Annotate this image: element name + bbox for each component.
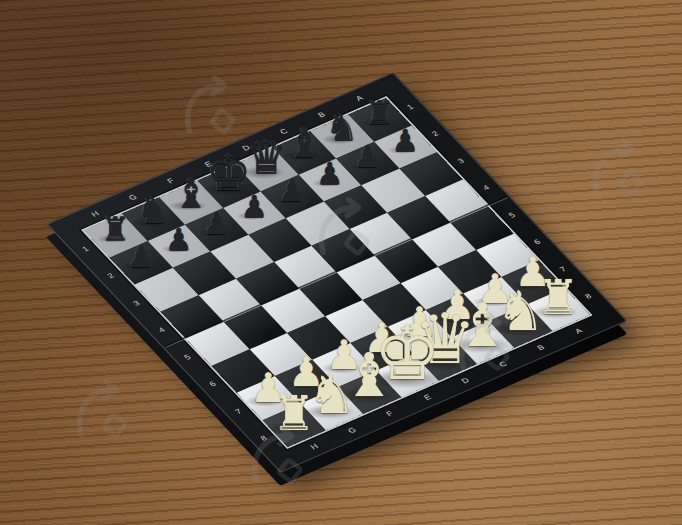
file-label-far: A <box>354 94 365 103</box>
piece-black-pawn[interactable]: ♟ <box>127 242 155 273</box>
file-label-near: F <box>384 410 395 418</box>
rank-label-right: 8 <box>583 292 593 300</box>
rank-label-right: 6 <box>532 238 542 246</box>
piece-black-pawn[interactable]: ♟ <box>165 225 193 256</box>
piece-black-pawn[interactable]: ♟ <box>203 209 231 240</box>
piece-white-rook[interactable]: ♜ <box>272 389 315 437</box>
piece-black-rook[interactable]: ♜ <box>101 213 130 245</box>
rank-label-left: 3 <box>131 299 141 307</box>
rank-label-left: 7 <box>233 407 243 415</box>
rank-label-right: 3 <box>456 157 466 165</box>
rank-label-left: 1 <box>80 245 90 253</box>
file-label-near: H <box>308 442 320 451</box>
rank-label-left: 4 <box>157 326 167 334</box>
piece-black-pawn[interactable]: ♟ <box>391 126 419 157</box>
file-label-near: G <box>346 426 358 435</box>
rank-label-right: 2 <box>430 130 440 138</box>
file-label-near: A <box>573 327 584 336</box>
rank-label-left: 6 <box>208 380 218 388</box>
piece-black-pawn[interactable]: ♟ <box>278 176 306 207</box>
file-label-far: H <box>89 210 101 219</box>
rank-label-right: 1 <box>405 103 415 111</box>
piece-black-pawn[interactable]: ♟ <box>316 159 344 190</box>
rank-label-left: 5 <box>182 353 192 361</box>
file-label-near: C <box>497 360 509 369</box>
piece-black-rook[interactable]: ♜ <box>365 97 394 129</box>
file-label-near: B <box>535 343 546 352</box>
rank-label-right: 4 <box>481 184 491 192</box>
piece-black-pawn[interactable]: ♟ <box>240 192 268 223</box>
piece-black-pawn[interactable]: ♟ <box>354 142 382 173</box>
rank-label-left: 8 <box>259 434 269 442</box>
rank-label-right: 5 <box>507 211 517 219</box>
rank-label-left: 2 <box>106 272 116 280</box>
scene-photo: HH11GG22FF33EE44DD55CC66BB77AA88 ♜♞♝♚♛♝♞… <box>0 0 682 525</box>
